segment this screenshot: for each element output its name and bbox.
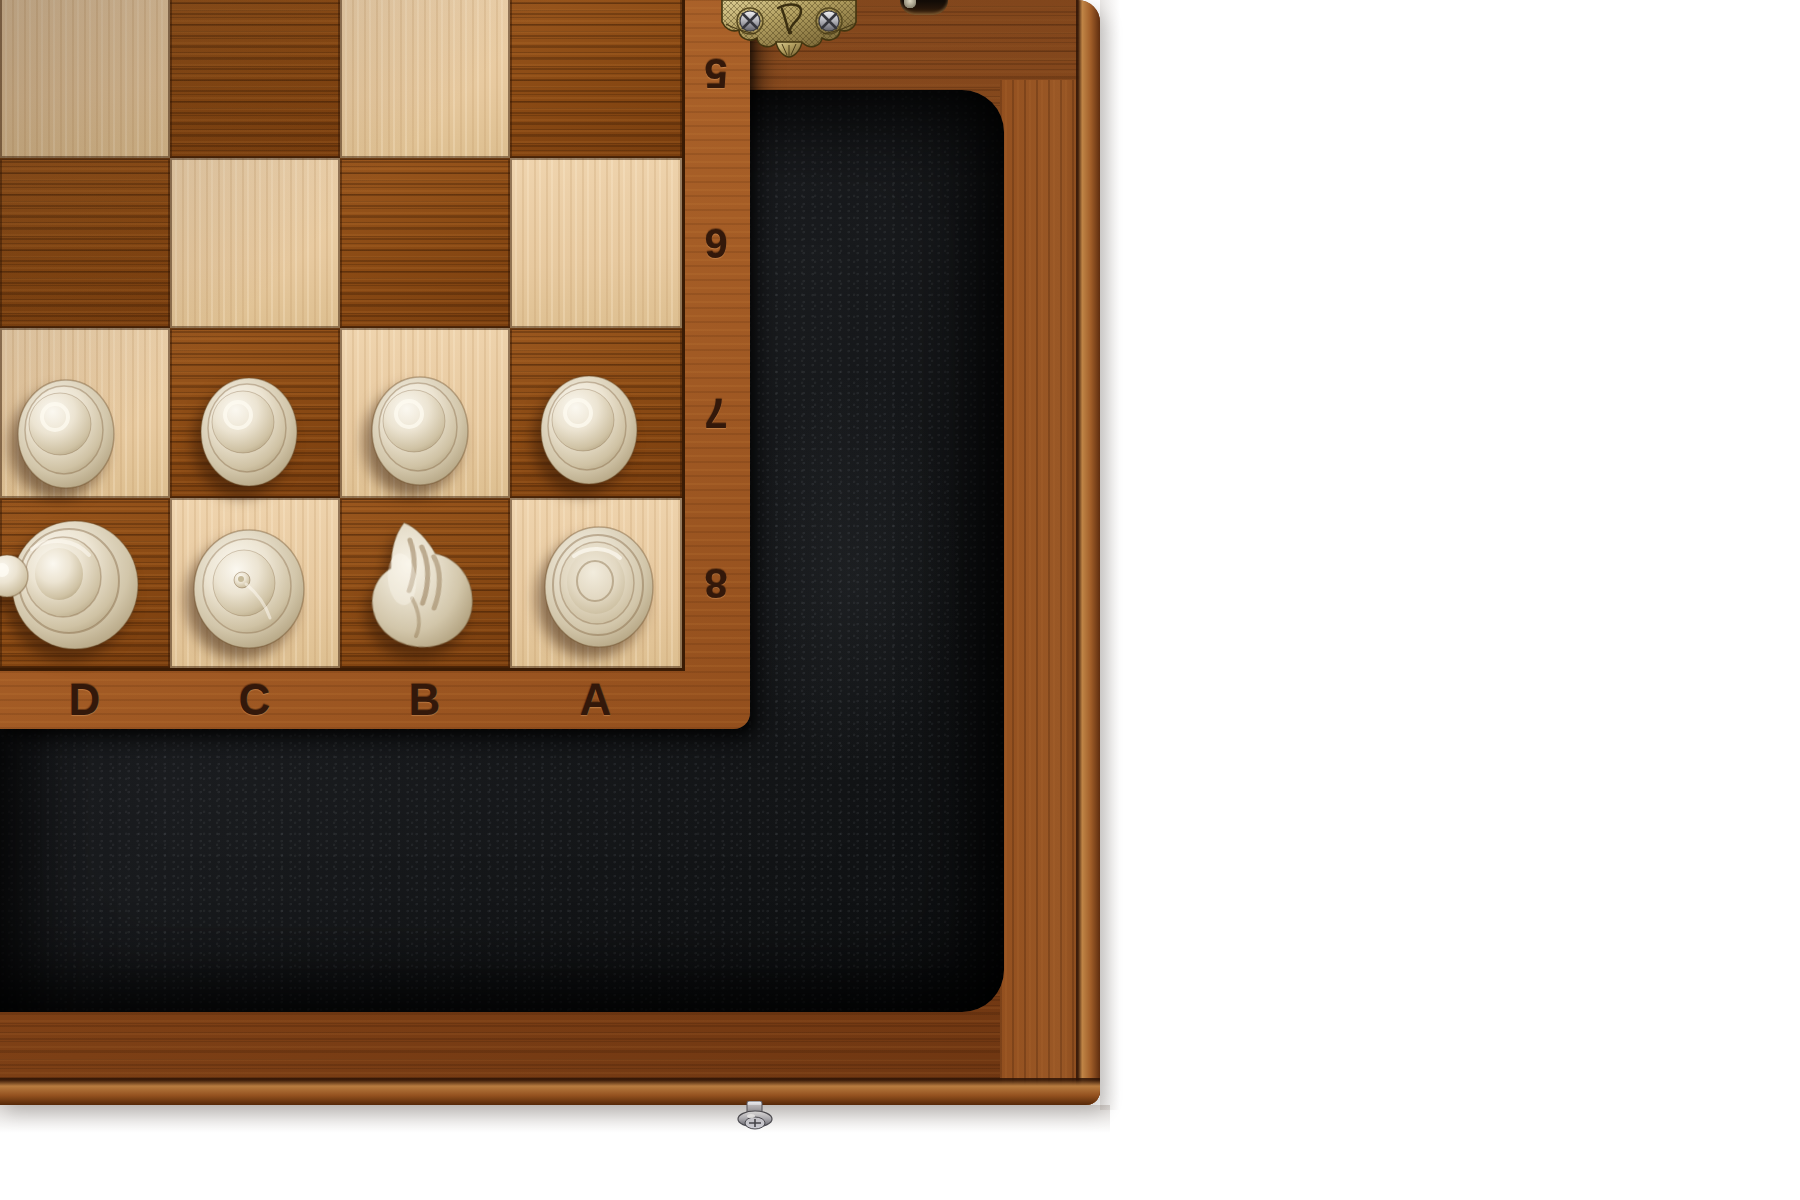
clasp-catch-notch [900,0,948,15]
piece-white-pawn-c7 [194,370,304,490]
file-label-c: C [215,672,295,728]
square-b5 [340,0,510,158]
file-label-d: D [45,672,125,728]
square-c5 [170,0,340,158]
piece-white-bishop-c8 [184,524,314,654]
rank-label-7: 7 [682,383,750,443]
piece-white-pawn-d7 [11,372,121,492]
piece-white-pawn-a7 [534,368,644,488]
square-a6 [510,158,682,328]
cast-shadow-bottom [0,1105,1110,1133]
felt-sheen [744,367,964,787]
chess-board: D C B A 5 6 7 8 [0,0,750,729]
piece-white-knight-b8 [359,513,489,663]
wooden-box-frame: D C B A 5 6 7 8 [0,0,1100,1105]
piece-white-rook-a8 [534,520,664,654]
brass-clasp-emblem [716,0,863,62]
rank-label-8: 8 [682,553,750,613]
square-a5 [510,0,682,158]
box-bevel-right [1076,0,1100,1105]
square-d6 [0,158,170,328]
file-label-b: B [385,672,465,728]
file-label-a: A [556,672,636,728]
photo-canvas: D C B A 5 6 7 8 [0,0,1800,1200]
square-d5 [0,0,170,158]
rank-label-6: 6 [682,213,750,273]
piece-white-pawn-b7 [365,369,475,489]
box-bevel-bottom [0,1078,1100,1105]
piece-white-queen-d8 [0,509,161,661]
square-b6 [340,158,510,328]
cast-shadow-right [1100,0,1120,1110]
square-c6 [170,158,340,328]
